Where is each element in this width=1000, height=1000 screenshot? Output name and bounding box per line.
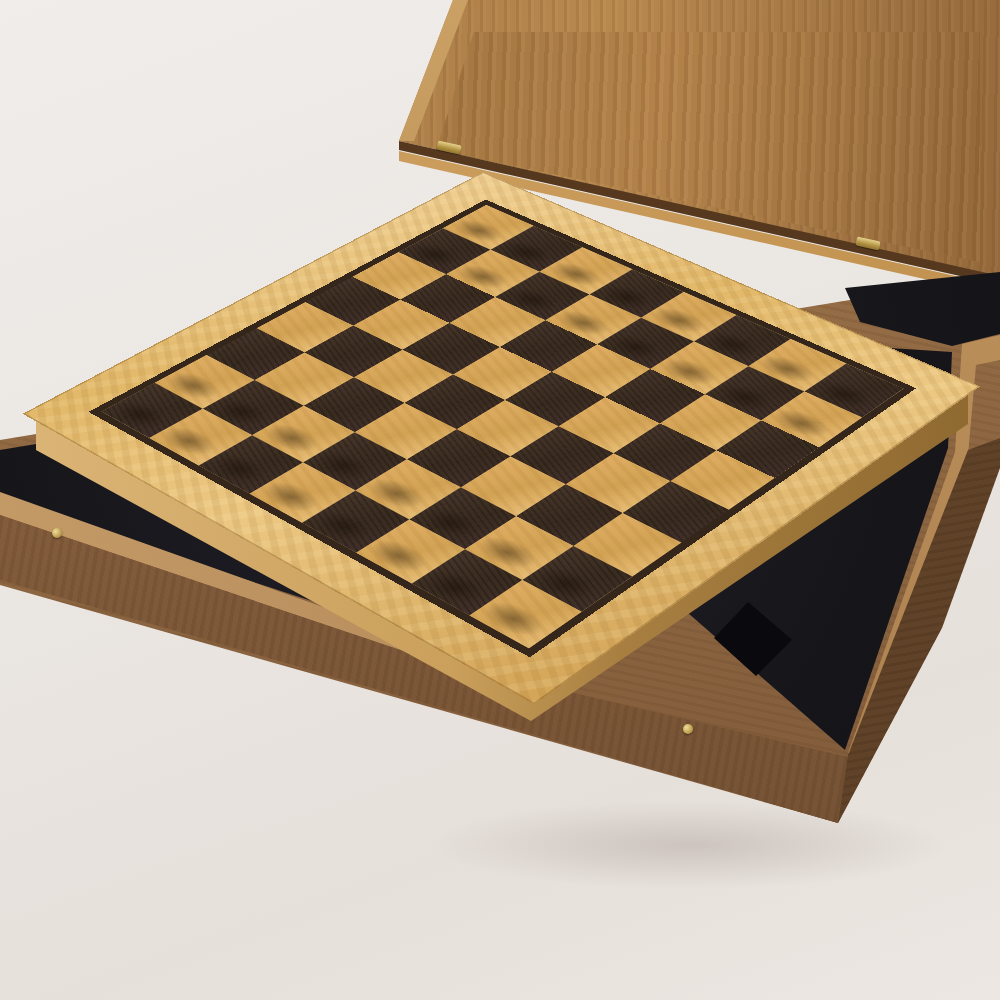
rook-glyph: ♜ xyxy=(487,551,553,621)
pawn-glyph: ♟ xyxy=(513,248,564,302)
pawn-glyph: ♟ xyxy=(615,294,667,349)
pawn-glyph: ♟ xyxy=(415,205,464,257)
pawn-glyph: ♟ xyxy=(463,226,513,279)
pawn-glyph: ♟ xyxy=(563,271,614,326)
board-frame: ♜♞♝♛♚♝♞♜♟♟♟♟♟♟♟♟♟♟♟♟♟♟♟♟♜♞♝♛♚♝♞♜ xyxy=(23,172,981,704)
pawn-glyph: ♟ xyxy=(669,318,722,374)
pawn-glyph: ♟ xyxy=(724,343,778,400)
square-h1[interactable]: ♜ xyxy=(469,580,581,648)
photo-scene: ♜♞♝♛♚♝♞♜♟♟♟♟♟♟♟♟♟♟♟♟♟♟♟♟♜♞♝♛♚♝♞♜ xyxy=(0,0,1000,1000)
pawn-glyph: ♟ xyxy=(780,368,834,426)
board-squares: ♜♞♝♛♚♝♞♜♟♟♟♟♟♟♟♟♟♟♟♟♟♟♟♟♜♞♝♛♚♝♞♜ xyxy=(88,199,916,657)
chess-board: ♜♞♝♛♚♝♞♜♟♟♟♟♟♟♟♟♟♟♟♟♟♟♟♟♜♞♝♛♚♝♞♜ xyxy=(23,172,981,704)
